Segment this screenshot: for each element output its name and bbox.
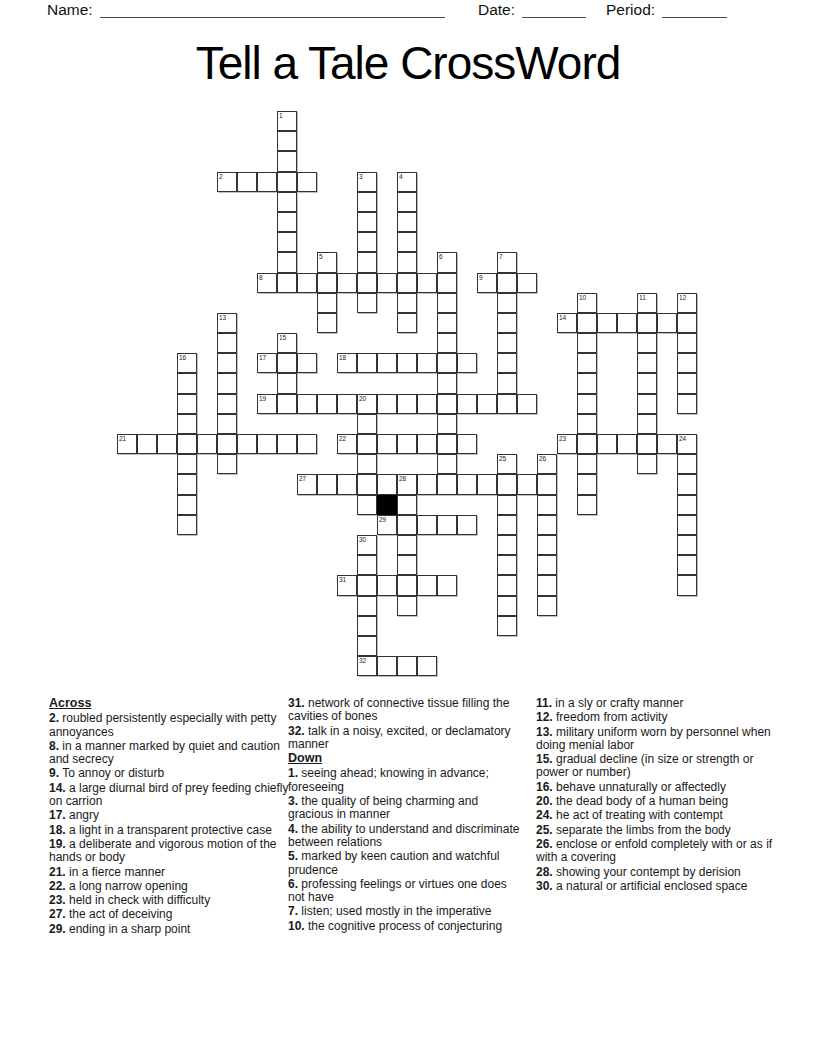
clue-down-7: 7. listen; used mostly in the imperative <box>288 905 525 918</box>
clue-across-32: 32. talk in a noisy, excited, or declama… <box>288 725 525 752</box>
clue-number: 16 <box>179 354 186 362</box>
clue-across-18: 18. a light in a transparent protective … <box>49 824 289 837</box>
grid-cell-r18c12[interactable] <box>357 474 377 494</box>
clue-number: 15 <box>279 334 286 342</box>
clue-across-8: 8. in a manner marked by quiet and cauti… <box>49 740 289 767</box>
grid-cell-r19c21[interactable] <box>537 495 557 515</box>
grid-cell-r8c18[interactable]: 9 <box>477 273 497 293</box>
grid-cell-r26c12[interactable] <box>357 636 377 656</box>
clue-num-label: 4. <box>288 822 298 836</box>
grid-cell-r18c9[interactable]: 27 <box>297 474 317 494</box>
grid-cell-r9c26[interactable]: 11 <box>637 293 657 313</box>
grid-cell-r14c13[interactable] <box>377 394 397 414</box>
grid-cell-r23c14[interactable] <box>397 575 417 595</box>
clue-num-label: 11. <box>536 696 552 710</box>
clue-number: 20 <box>359 395 366 403</box>
grid-cell-r3c5[interactable]: 2 <box>217 172 237 192</box>
grid-cell-r8c20[interactable] <box>517 273 537 293</box>
grid-cell-r27c13[interactable] <box>377 656 397 676</box>
grid-cell-r17c23[interactable] <box>577 454 597 474</box>
grid-cell-r23c21[interactable] <box>537 575 557 595</box>
grid-cell-r19c23[interactable] <box>577 495 597 515</box>
grid-cell-r12c13[interactable] <box>377 353 397 373</box>
clue-across-29: 29. ending in a sharp point <box>49 923 289 936</box>
grid-cell-r14c18[interactable] <box>477 394 497 414</box>
grid-cell-r13c26[interactable] <box>637 373 657 393</box>
grid-cell-r18c23[interactable] <box>577 474 597 494</box>
grid-cell-r18c18[interactable] <box>477 474 497 494</box>
grid-cell-r7c14[interactable] <box>397 252 417 272</box>
grid-cell-r2c8[interactable] <box>277 151 297 171</box>
clue-number: 10 <box>579 294 586 302</box>
grid-cell-r23c28[interactable] <box>677 575 697 595</box>
grid-cell-r18c15[interactable] <box>417 474 437 494</box>
grid-cell-r22c28[interactable] <box>677 555 697 575</box>
clue-number: 21 <box>119 435 126 443</box>
clue-number: 17 <box>259 354 266 362</box>
clue-num-label: 23. <box>49 893 66 907</box>
grid-cell-r9c23[interactable]: 10 <box>577 293 597 313</box>
grid-cell-r21c19[interactable] <box>497 535 517 555</box>
clue-down-24: 24. he act of treating with contempt <box>536 809 788 822</box>
grid-cell-r3c14[interactable]: 4 <box>397 172 417 192</box>
grid-cell-r11c8[interactable]: 15 <box>277 333 297 353</box>
grid-cell-r20c15[interactable] <box>417 515 437 535</box>
grid-cell-r14c12[interactable]: 20 <box>357 394 377 414</box>
grid-cell-r13c8[interactable] <box>277 373 297 393</box>
grid-cell-r12c11[interactable]: 18 <box>337 353 357 373</box>
clue-number: 31 <box>339 576 346 584</box>
grid-cell-r12c5[interactable] <box>217 353 237 373</box>
grid-cell-r12c16[interactable] <box>437 353 457 373</box>
grid-cell-r16c1[interactable] <box>137 434 157 454</box>
clue-num-label: 21. <box>49 865 66 879</box>
clue-across-9: 9. To annoy or disturb <box>49 767 289 780</box>
grid-cell-r18c16[interactable] <box>437 474 457 494</box>
grid-cell-r12c14[interactable] <box>397 353 417 373</box>
grid-cell-r5c14[interactable] <box>397 212 417 232</box>
grid-cell-r10c5[interactable]: 13 <box>217 313 237 333</box>
grid-cell-r8c14[interactable] <box>397 273 417 293</box>
grid-cell-r3c9[interactable] <box>297 172 317 192</box>
grid-cell-r18c21[interactable] <box>537 474 557 494</box>
grid-cell-r10c14[interactable] <box>397 313 417 333</box>
name-blank-line[interactable] <box>100 3 445 18</box>
grid-cell-r8c12[interactable] <box>357 273 377 293</box>
black-cell <box>377 495 397 515</box>
grid-cell-r9c12[interactable] <box>357 293 377 313</box>
clue-number: 24 <box>679 435 686 443</box>
grid-cell-r3c7[interactable] <box>257 172 277 192</box>
grid-cell-r3c8[interactable] <box>277 172 297 192</box>
clue-down-26: 26. enclose or enfold completely with or… <box>536 838 788 865</box>
clue-num-label: 15. <box>536 752 553 766</box>
grid-cell-r22c12[interactable] <box>357 555 377 575</box>
grid-cell-r8c9[interactable] <box>297 273 317 293</box>
grid-cell-r22c19[interactable] <box>497 555 517 575</box>
grid-cell-r20c28[interactable] <box>677 515 697 535</box>
grid-cell-r17c16[interactable] <box>437 454 457 474</box>
grid-cell-r9c14[interactable] <box>397 293 417 313</box>
grid-cell-r23c15[interactable] <box>417 575 437 595</box>
grid-cell-r20c17[interactable] <box>457 515 477 535</box>
grid-cell-r24c19[interactable] <box>497 596 517 616</box>
grid-cell-r20c16[interactable] <box>437 515 457 535</box>
grid-cell-r4c12[interactable] <box>357 192 377 212</box>
grid-cell-r12c23[interactable] <box>577 353 597 373</box>
grid-cell-r13c28[interactable] <box>677 373 697 393</box>
grid-cell-r16c25[interactable] <box>617 434 637 454</box>
clue-num-label: 10. <box>288 919 305 933</box>
grid-cell-r19c14[interactable] <box>397 495 417 515</box>
grid-cell-r14c16[interactable] <box>437 394 457 414</box>
clue-num-label: 28. <box>536 865 553 879</box>
grid-cell-r18c10[interactable] <box>317 474 337 494</box>
grid-cell-r14c5[interactable] <box>217 394 237 414</box>
grid-cell-r14c17[interactable] <box>457 394 477 414</box>
grid-cell-r16c6[interactable] <box>237 434 257 454</box>
grid-cell-r16c22[interactable]: 23 <box>557 434 577 454</box>
grid-cell-r17c21[interactable]: 26 <box>537 454 557 474</box>
grid-cell-r4c8[interactable] <box>277 192 297 212</box>
grid-cell-r15c3[interactable] <box>177 414 197 434</box>
grid-cell-r9c10[interactable] <box>317 293 337 313</box>
clue-number: 8 <box>259 274 263 282</box>
grid-cell-r1c8[interactable] <box>277 131 297 151</box>
clue-num-label: 6. <box>288 877 298 891</box>
grid-cell-r23c16[interactable] <box>437 575 457 595</box>
grid-cell-r17c28[interactable] <box>677 454 697 474</box>
clues-heading-across: Across <box>49 697 289 710</box>
grid-cell-r16c17[interactable] <box>457 434 477 454</box>
clue-down-10: 10. the cognitive process of conjecturin… <box>288 920 525 933</box>
grid-cell-r18c13[interactable] <box>377 474 397 494</box>
grid-cell-r10c16[interactable] <box>437 313 457 333</box>
clue-down-16: 16. behave unnaturally or affectedly <box>536 781 788 794</box>
grid-cell-r7c8[interactable] <box>277 252 297 272</box>
grid-cell-r16c5[interactable] <box>217 434 237 454</box>
grid-cell-r16c23[interactable] <box>577 434 597 454</box>
grid-cell-r5c12[interactable] <box>357 212 377 232</box>
grid-cell-r11c26[interactable] <box>637 333 657 353</box>
clue-num-label: 13. <box>536 725 553 739</box>
grid-cell-r14c26[interactable] <box>637 394 657 414</box>
clue-number: 32 <box>359 657 366 665</box>
grid-cell-r10c27[interactable] <box>657 313 677 333</box>
grid-cell-r24c21[interactable] <box>537 596 557 616</box>
grid-cell-r20c13[interactable]: 29 <box>377 515 397 535</box>
grid-cell-r12c9[interactable] <box>297 353 317 373</box>
grid-cell-r23c13[interactable] <box>377 575 397 595</box>
grid-cell-r16c24[interactable] <box>597 434 617 454</box>
grid-cell-r9c28[interactable]: 12 <box>677 293 697 313</box>
grid-cell-r16c9[interactable] <box>297 434 317 454</box>
grid-cell-r16c8[interactable] <box>277 434 297 454</box>
grid-cell-r20c14[interactable] <box>397 515 417 535</box>
clue-down-4: 4. the ability to understand and discrim… <box>288 823 525 850</box>
clue-number: 22 <box>339 435 346 443</box>
clue-num-label: 16. <box>536 780 553 794</box>
clue-num-label: 8. <box>49 739 59 753</box>
grid-cell-r15c26[interactable] <box>637 414 657 434</box>
clue-num-label: 9. <box>49 766 59 780</box>
grid-cell-r14c3[interactable] <box>177 394 197 414</box>
grid-cell-r11c19[interactable] <box>497 333 517 353</box>
grid-cell-r16c27[interactable] <box>657 434 677 454</box>
grid-cell-r19c12[interactable] <box>357 495 377 515</box>
clue-num-label: 27. <box>49 907 66 921</box>
grid-cell-r11c5[interactable] <box>217 333 237 353</box>
date-blank-line[interactable] <box>522 3 586 18</box>
grid-cell-r16c2[interactable] <box>157 434 177 454</box>
grid-cell-r13c19[interactable] <box>497 373 517 393</box>
name-label: Name: <box>47 1 93 19</box>
grid-cell-r18c19[interactable] <box>497 474 517 494</box>
clue-num-label: 19. <box>49 837 66 851</box>
grid-cell-r12c3[interactable]: 16 <box>177 353 197 373</box>
grid-cell-r13c16[interactable] <box>437 373 457 393</box>
grid-cell-r12c26[interactable] <box>637 353 657 373</box>
grid-cell-r11c28[interactable] <box>677 333 697 353</box>
grid-cell-r7c19[interactable]: 7 <box>497 252 517 272</box>
grid-cell-r8c11[interactable] <box>337 273 357 293</box>
grid-cell-r12c19[interactable] <box>497 353 517 373</box>
grid-cell-r6c8[interactable] <box>277 232 297 252</box>
clue-across-27: 27. the act of deceiving <box>49 908 289 921</box>
clue-num-label: 18. <box>49 823 66 837</box>
clue-num-label: 24. <box>536 808 553 822</box>
grid-cell-r9c19[interactable] <box>497 293 517 313</box>
clue-number: 25 <box>499 455 506 463</box>
grid-cell-r14c28[interactable] <box>677 394 697 414</box>
clue-across-14: 14. a large diurnal bird of prey feeding… <box>49 782 289 809</box>
clue-down-11: 11. in a sly or crafty manner <box>536 697 788 710</box>
grid-cell-r23c19[interactable] <box>497 575 517 595</box>
grid-cell-r16c12[interactable] <box>357 434 377 454</box>
grid-cell-r8c10[interactable] <box>317 273 337 293</box>
clue-across-21: 21. in a fierce manner <box>49 866 289 879</box>
grid-cell-r14c11[interactable] <box>337 394 357 414</box>
grid-cell-r14c19[interactable] <box>497 394 517 414</box>
clue-num-label: 22. <box>49 879 66 893</box>
grid-cell-r3c6[interactable] <box>237 172 257 192</box>
grid-cell-r18c20[interactable] <box>517 474 537 494</box>
grid-cell-r8c19[interactable] <box>497 273 517 293</box>
crossword-grid: 1234567891011121314151617181920212223242… <box>117 111 697 676</box>
grid-cell-r25c12[interactable] <box>357 616 377 636</box>
grid-cell-r16c4[interactable] <box>197 434 217 454</box>
clue-across-2: 2. roubled persistently especially with … <box>49 712 289 739</box>
grid-cell-r11c16[interactable] <box>437 333 457 353</box>
grid-cell-r21c28[interactable] <box>677 535 697 555</box>
clue-number: 14 <box>559 314 566 322</box>
grid-cell-r14c9[interactable] <box>297 394 317 414</box>
grid-cell-r13c23[interactable] <box>577 373 597 393</box>
clue-number: 13 <box>219 314 226 322</box>
clue-num-label: 32. <box>288 724 305 738</box>
clue-down-12: 12. freedom from activity <box>536 711 788 724</box>
clue-number: 3 <box>359 173 363 181</box>
grid-cell-r23c12[interactable] <box>357 575 377 595</box>
grid-cell-r18c14[interactable]: 28 <box>397 474 417 494</box>
clue-down-15: 15. gradual decline (in size or strength… <box>536 753 788 780</box>
grid-cell-r10c28[interactable] <box>677 313 697 333</box>
clue-number: 11 <box>639 294 646 302</box>
grid-cell-r16c13[interactable] <box>377 434 397 454</box>
clue-down-20: 20. the dead body of a human being <box>536 795 788 808</box>
grid-cell-r14c14[interactable] <box>397 394 417 414</box>
grid-cell-r15c23[interactable] <box>577 414 597 434</box>
grid-cell-r12c7[interactable]: 17 <box>257 353 277 373</box>
grid-cell-r21c21[interactable] <box>537 535 557 555</box>
worksheet-page: Name: Date: Period: Tell a Tale CrossWor… <box>0 0 816 1056</box>
grid-cell-r5c8[interactable] <box>277 212 297 232</box>
grid-cell-r10c10[interactable] <box>317 313 337 333</box>
grid-cell-r16c7[interactable] <box>257 434 277 454</box>
grid-cell-r17c5[interactable] <box>217 454 237 474</box>
grid-cell-r16c16[interactable] <box>437 434 457 454</box>
grid-cell-r22c21[interactable] <box>537 555 557 575</box>
grid-cell-r16c14[interactable] <box>397 434 417 454</box>
grid-cell-r12c12[interactable] <box>357 353 377 373</box>
grid-cell-r14c20[interactable] <box>517 394 537 414</box>
clue-num-label: 30. <box>536 879 553 893</box>
grid-cell-r9c16[interactable] <box>437 293 457 313</box>
grid-cell-r16c3[interactable] <box>177 434 197 454</box>
grid-cell-r15c5[interactable] <box>217 414 237 434</box>
grid-cell-r8c8[interactable] <box>277 273 297 293</box>
grid-cell-r17c12[interactable] <box>357 454 377 474</box>
grid-cell-r16c28[interactable]: 24 <box>677 434 697 454</box>
grid-cell-r8c16[interactable] <box>437 273 457 293</box>
clue-across-23: 23. held in check with difficulty <box>49 894 289 907</box>
period-label: Period: <box>606 1 655 19</box>
grid-cell-r16c0[interactable]: 21 <box>117 434 137 454</box>
grid-cell-r7c12[interactable] <box>357 252 377 272</box>
clue-across-22: 22. a long narrow opening <box>49 880 289 893</box>
grid-cell-r20c3[interactable] <box>177 515 197 535</box>
clue-num-label: 31. <box>288 696 305 710</box>
grid-cell-r8c15[interactable] <box>417 273 437 293</box>
grid-cell-r10c24[interactable] <box>597 313 617 333</box>
grid-cell-r14c23[interactable] <box>577 394 597 414</box>
clue-number: 26 <box>539 455 546 463</box>
grid-cell-r21c12[interactable]: 30 <box>357 535 377 555</box>
clue-number: 6 <box>439 253 443 261</box>
grid-cell-r4c14[interactable] <box>397 192 417 212</box>
clue-number: 4 <box>399 173 403 181</box>
grid-cell-r10c25[interactable] <box>617 313 637 333</box>
grid-cell-r27c15[interactable] <box>417 656 437 676</box>
grid-cell-r12c8[interactable] <box>277 353 297 373</box>
grid-cell-r10c22[interactable]: 14 <box>557 313 577 333</box>
clue-num-label: 29. <box>49 922 66 936</box>
grid-cell-r24c14[interactable] <box>397 596 417 616</box>
grid-cell-r10c19[interactable] <box>497 313 517 333</box>
clue-number: 30 <box>359 536 366 544</box>
grid-cell-r16c15[interactable] <box>417 434 437 454</box>
grid-cell-r24c12[interactable] <box>357 596 377 616</box>
grid-cell-r25c19[interactable] <box>497 616 517 636</box>
clue-down-6: 6. professing feelings or virtues one do… <box>288 878 525 905</box>
clue-across-31: 31. network of connective tissue filling… <box>288 697 525 724</box>
grid-cell-r10c26[interactable] <box>637 313 657 333</box>
grid-cell-r7c16[interactable]: 6 <box>437 252 457 272</box>
grid-cell-r13c5[interactable] <box>217 373 237 393</box>
grid-cell-r21c14[interactable] <box>397 535 417 555</box>
grid-cell-r19c28[interactable] <box>677 495 697 515</box>
grid-cell-r14c7[interactable]: 19 <box>257 394 277 414</box>
grid-cell-r0c8[interactable]: 1 <box>277 111 297 131</box>
grid-cell-r7c10[interactable]: 5 <box>317 252 337 272</box>
grid-cell-r3c12[interactable]: 3 <box>357 172 377 192</box>
clue-number: 2 <box>219 173 223 181</box>
clue-number: 18 <box>339 354 346 362</box>
clue-num-label: 25. <box>536 823 553 837</box>
grid-cell-r17c19[interactable]: 25 <box>497 454 517 474</box>
clue-num-label: 20. <box>536 794 553 808</box>
grid-cell-r14c8[interactable] <box>277 394 297 414</box>
grid-cell-r27c14[interactable] <box>397 656 417 676</box>
clue-number: 1 <box>279 112 283 120</box>
grid-cell-r6c12[interactable] <box>357 232 377 252</box>
clue-num-label: 12. <box>536 710 553 724</box>
grid-cell-r8c13[interactable] <box>377 273 397 293</box>
grid-cell-r12c28[interactable] <box>677 353 697 373</box>
grid-cell-r18c17[interactable] <box>457 474 477 494</box>
clue-num-label: 26. <box>536 837 553 851</box>
grid-cell-r16c26[interactable] <box>637 434 657 454</box>
grid-cell-r10c23[interactable] <box>577 313 597 333</box>
grid-cell-r14c10[interactable] <box>317 394 337 414</box>
grid-cell-r12c15[interactable] <box>417 353 437 373</box>
grid-cell-r18c11[interactable] <box>337 474 357 494</box>
grid-cell-r22c14[interactable] <box>397 555 417 575</box>
clue-number: 27 <box>299 475 306 483</box>
grid-cell-r12c17[interactable] <box>457 353 477 373</box>
grid-cell-r19c19[interactable] <box>497 495 517 515</box>
grid-cell-r18c28[interactable] <box>677 474 697 494</box>
clue-down-5: 5. marked by keen caution and watchful p… <box>288 850 525 877</box>
grid-cell-r19c3[interactable] <box>177 495 197 515</box>
grid-cell-r23c11[interactable]: 31 <box>337 575 357 595</box>
grid-cell-r15c16[interactable] <box>437 414 457 434</box>
grid-cell-r17c3[interactable] <box>177 454 197 474</box>
clue-number: 12 <box>679 294 686 302</box>
grid-cell-r20c19[interactable] <box>497 515 517 535</box>
grid-cell-r27c12[interactable]: 32 <box>357 656 377 676</box>
clue-down-13: 13. military uniform worn by personnel w… <box>536 726 788 753</box>
grid-cell-r18c3[interactable] <box>177 474 197 494</box>
clue-number: 5 <box>319 253 323 261</box>
grid-cell-r16c11[interactable]: 22 <box>337 434 357 454</box>
grid-cell-r13c3[interactable] <box>177 373 197 393</box>
period-blank-line[interactable] <box>662 3 727 18</box>
clue-across-17: 17. angry <box>49 809 289 822</box>
grid-cell-r8c7[interactable]: 8 <box>257 273 277 293</box>
clue-down-1: 1. seeing ahead; knowing in advance; for… <box>288 767 525 794</box>
grid-cell-r15c12[interactable] <box>357 414 377 434</box>
grid-cell-r20c21[interactable] <box>537 515 557 535</box>
clue-num-label: 7. <box>288 904 298 918</box>
clue-num-label: 2. <box>49 711 59 725</box>
grid-cell-r14c15[interactable] <box>417 394 437 414</box>
grid-cell-r11c23[interactable] <box>577 333 597 353</box>
clue-number: 19 <box>259 395 266 403</box>
clue-num-label: 3. <box>288 794 298 808</box>
grid-cell-r17c26[interactable] <box>637 454 657 474</box>
grid-cell-r6c14[interactable] <box>397 232 417 252</box>
